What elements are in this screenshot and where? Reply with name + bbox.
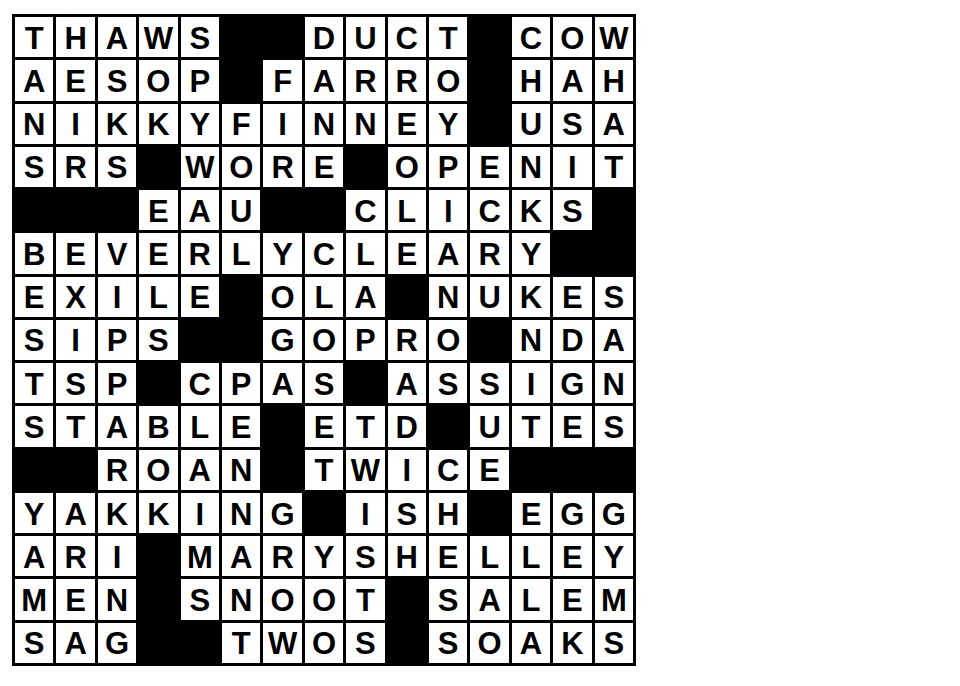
cell-letter: I (527, 369, 536, 400)
cell-r8c3[interactable]: P (98, 320, 136, 360)
cell-r4c10[interactable]: O (388, 147, 426, 187)
cell-letter: S (562, 196, 583, 227)
cell-letter: P (189, 66, 210, 97)
cell-r11c11[interactable]: C (429, 450, 467, 490)
cell-r9c3[interactable]: P (98, 363, 136, 403)
cell-letter: E (562, 412, 583, 443)
cell-r8c1[interactable]: S (15, 320, 53, 360)
cell-r15c1[interactable]: S (15, 623, 53, 663)
cell-r13c12[interactable]: L (470, 536, 508, 576)
cell-r2c8[interactable]: A (305, 60, 343, 100)
cell-letter: S (107, 66, 128, 97)
cell-r15c15[interactable]: S (595, 623, 633, 663)
cell-r13c1[interactable]: A (15, 536, 53, 576)
block-r9c4 (139, 363, 177, 403)
cell-r1c2[interactable]: H (56, 17, 94, 57)
cell-r5c5[interactable]: A (181, 190, 219, 230)
block-r13c4 (139, 536, 177, 576)
cell-r10c10[interactable]: D (388, 406, 426, 446)
cell-r3c5[interactable]: Y (181, 104, 219, 144)
block-r9c9 (346, 363, 384, 403)
cell-letter: S (479, 369, 500, 400)
cell-r11c4[interactable]: O (139, 450, 177, 490)
cell-r4c1[interactable]: S (15, 147, 53, 187)
cell-r12c15[interactable]: G (595, 493, 633, 533)
cell-letter: T (439, 23, 458, 54)
cell-r7c1[interactable]: E (15, 277, 53, 317)
cell-r2c1[interactable]: A (15, 60, 53, 100)
cell-letter: L (190, 412, 209, 443)
cell-r13c8[interactable]: Y (305, 536, 343, 576)
cell-r9c1[interactable]: T (15, 363, 53, 403)
cell-r10c13[interactable]: T (512, 406, 550, 446)
cell-r10c9[interactable]: T (346, 406, 384, 446)
cell-r3c6[interactable]: F (222, 104, 260, 144)
cell-r5c13[interactable]: K (512, 190, 550, 230)
cell-letter: A (520, 628, 542, 659)
cell-r13c3[interactable]: I (98, 536, 136, 576)
cell-r7c9[interactable]: A (346, 277, 384, 317)
block-r15c5 (181, 623, 219, 663)
cell-r1c13[interactable]: C (512, 17, 550, 57)
cell-r7c15[interactable]: S (595, 277, 633, 317)
cell-r4c13[interactable]: N (512, 147, 550, 187)
cell-letter: E (562, 585, 583, 616)
cell-letter: I (402, 455, 411, 486)
cell-r6c4[interactable]: E (139, 233, 177, 273)
cell-r6c7[interactable]: Y (263, 233, 301, 273)
cell-r4c14[interactable]: I (553, 147, 591, 187)
block-r8c12 (470, 320, 508, 360)
cell-r14c1[interactable]: M (15, 579, 53, 619)
cell-r8c14[interactable]: D (553, 320, 591, 360)
cell-r4c6[interactable]: O (222, 147, 260, 187)
cell-letter: E (314, 412, 335, 443)
cell-letter: E (479, 152, 500, 183)
cell-r1c10[interactable]: C (388, 17, 426, 57)
cell-letter: M (601, 585, 627, 616)
cell-r14c13[interactable]: L (512, 579, 550, 619)
cell-letter: R (396, 66, 418, 97)
cell-r15c14[interactable]: K (553, 623, 591, 663)
cell-r10c3[interactable]: A (98, 406, 136, 446)
cell-letter: I (444, 196, 453, 227)
cell-letter: S (24, 412, 45, 443)
cell-letter: F (232, 109, 251, 140)
block-r15c10 (388, 623, 426, 663)
cell-r8c15[interactable]: A (595, 320, 633, 360)
block-r7c10 (388, 277, 426, 317)
cell-r5c9[interactable]: C (346, 190, 384, 230)
cell-r7c12[interactable]: U (470, 277, 508, 317)
cell-r12c3[interactable]: K (98, 493, 136, 533)
cell-r6c10[interactable]: E (388, 233, 426, 273)
cell-r9c15[interactable]: N (595, 363, 633, 403)
cell-letter: A (271, 369, 293, 400)
cell-r13c9[interactable]: S (346, 536, 384, 576)
cell-letter: U (230, 196, 252, 227)
cell-letter: Y (438, 109, 459, 140)
cell-r10c14[interactable]: E (553, 406, 591, 446)
cell-r8c7[interactable]: G (263, 320, 301, 360)
cell-r1c3[interactable]: A (98, 17, 136, 57)
cell-letter: T (356, 412, 375, 443)
cell-r13c6[interactable]: A (222, 536, 260, 576)
cell-r7c5[interactable]: E (181, 277, 219, 317)
cell-r14c7[interactable]: O (263, 579, 301, 619)
cell-letter: P (107, 325, 128, 356)
cell-letter: N (520, 152, 542, 183)
block-r11c15 (595, 450, 633, 490)
cell-r15c7[interactable]: W (263, 623, 301, 663)
cell-letter: S (355, 628, 376, 659)
cell-r14c12[interactable]: A (470, 579, 508, 619)
block-r5c15 (595, 190, 633, 230)
cell-r5c14[interactable]: S (553, 190, 591, 230)
cell-r12c6[interactable]: N (222, 493, 260, 533)
cell-r2c13[interactable]: H (512, 60, 550, 100)
cell-r13c11[interactable]: E (429, 536, 467, 576)
cell-r10c12[interactable]: U (470, 406, 508, 446)
cell-r11c12[interactable]: E (470, 450, 508, 490)
cell-r1c5[interactable]: S (181, 17, 219, 57)
cell-r4c7[interactable]: R (263, 147, 301, 187)
cell-r4c11[interactable]: P (429, 147, 467, 187)
cell-letter: C (520, 23, 542, 54)
cell-letter: R (106, 455, 128, 486)
cell-r12c10[interactable]: S (388, 493, 426, 533)
cell-r15c11[interactable]: S (429, 623, 467, 663)
cell-r3c10[interactable]: E (388, 104, 426, 144)
cell-letter: L (356, 239, 375, 270)
cell-r4c5[interactable]: W (181, 147, 219, 187)
cell-r4c3[interactable]: S (98, 147, 136, 187)
cell-r11c5[interactable]: A (181, 450, 219, 490)
cell-r10c8[interactable]: E (305, 406, 343, 446)
cell-r7c11[interactable]: N (429, 277, 467, 317)
cell-letter: I (113, 282, 122, 313)
cell-letter: O (395, 152, 419, 183)
cell-r11c3[interactable]: R (98, 450, 136, 490)
cell-r4c2[interactable]: R (56, 147, 94, 187)
cell-letter: S (189, 23, 210, 54)
cell-letter: S (65, 369, 86, 400)
cell-r14c14[interactable]: E (553, 579, 591, 619)
block-r3c12 (470, 104, 508, 144)
cell-letter: H (396, 542, 418, 573)
cell-letter: E (65, 66, 86, 97)
cell-letter: G (271, 499, 295, 530)
cell-letter: O (271, 282, 295, 313)
cell-r2c5[interactable]: P (181, 60, 219, 100)
cell-letter: A (313, 66, 335, 97)
block-r10c11 (429, 406, 467, 446)
cell-r5c12[interactable]: C (470, 190, 508, 230)
cell-r13c5[interactable]: M (181, 536, 219, 576)
cell-letter: T (66, 412, 85, 443)
cell-letter: D (561, 325, 583, 356)
cell-letter: A (64, 628, 86, 659)
cell-letter: E (396, 239, 417, 270)
cell-r13c14[interactable]: E (553, 536, 591, 576)
cell-letter: S (603, 412, 624, 443)
cell-letter: I (195, 499, 204, 530)
cell-r14c11[interactable]: S (429, 579, 467, 619)
cell-letter: S (438, 369, 459, 400)
cell-letter: G (271, 325, 295, 356)
cell-r10c1[interactable]: S (15, 406, 53, 446)
cell-letter: E (148, 196, 169, 227)
cell-r12c2[interactable]: A (56, 493, 94, 533)
cell-r7c8[interactable]: L (305, 277, 343, 317)
cell-r2c2[interactable]: E (56, 60, 94, 100)
cell-r12c4[interactable]: K (139, 493, 177, 533)
cell-letter: U (354, 23, 376, 54)
cell-r9c13[interactable]: I (512, 363, 550, 403)
cell-r6c13[interactable]: Y (512, 233, 550, 273)
cell-r9c8[interactable]: S (305, 363, 343, 403)
cell-r9c6[interactable]: P (222, 363, 260, 403)
cell-r2c7[interactable]: F (263, 60, 301, 100)
cell-r14c15[interactable]: M (595, 579, 633, 619)
cell-r3c15[interactable]: A (595, 104, 633, 144)
cell-letter: A (189, 196, 211, 227)
block-r4c9 (346, 147, 384, 187)
cell-r6c12[interactable]: R (470, 233, 508, 273)
cell-r12c9[interactable]: I (346, 493, 384, 533)
cell-r3c3[interactable]: K (98, 104, 136, 144)
cell-r6c9[interactable]: L (346, 233, 384, 273)
cell-r7c14[interactable]: E (553, 277, 591, 317)
cell-letter: T (356, 585, 375, 616)
cell-letter: G (560, 369, 584, 400)
cell-letter: O (436, 66, 460, 97)
cell-letter: N (313, 109, 335, 140)
cell-r13c10[interactable]: H (388, 536, 426, 576)
cell-r2c10[interactable]: R (388, 60, 426, 100)
cell-letter: R (189, 239, 211, 270)
cell-letter: C (354, 196, 376, 227)
cell-r2c9[interactable]: R (346, 60, 384, 100)
cell-r3c13[interactable]: U (512, 104, 550, 144)
cell-letter: S (24, 325, 45, 356)
cell-r4c15[interactable]: T (595, 147, 633, 187)
cell-r11c6[interactable]: N (222, 450, 260, 490)
cell-r3c8[interactable]: N (305, 104, 343, 144)
cell-r10c6[interactable]: E (222, 406, 260, 446)
cell-r4c8[interactable]: E (305, 147, 343, 187)
cell-letter: I (278, 109, 287, 140)
cell-r4c12[interactable]: E (470, 147, 508, 187)
cell-r10c15[interactable]: S (595, 406, 633, 446)
cell-r5c6[interactable]: U (222, 190, 260, 230)
cell-letter: B (23, 239, 45, 270)
cell-r1c15[interactable]: W (595, 17, 633, 57)
cell-r9c5[interactable]: C (181, 363, 219, 403)
cell-r12c5[interactable]: I (181, 493, 219, 533)
cell-letter: O (146, 455, 170, 486)
cell-r3c9[interactable]: N (346, 104, 384, 144)
cell-letter: X (65, 282, 86, 313)
cell-r10c5[interactable]: L (181, 406, 219, 446)
cell-r6c11[interactable]: A (429, 233, 467, 273)
cell-r8c13[interactable]: N (512, 320, 550, 360)
cell-r14c8[interactable]: O (305, 579, 343, 619)
cell-r7c7[interactable]: O (263, 277, 301, 317)
cell-r15c9[interactable]: S (346, 623, 384, 663)
cell-r1c11[interactable]: T (429, 17, 467, 57)
cell-r9c2[interactable]: S (56, 363, 94, 403)
cell-r3c14[interactable]: S (553, 104, 591, 144)
cell-r6c8[interactable]: C (305, 233, 343, 273)
cell-r14c3[interactable]: N (98, 579, 136, 619)
cell-r3c11[interactable]: Y (429, 104, 467, 144)
cell-letter: W (351, 455, 380, 486)
cell-r13c7[interactable]: R (263, 536, 301, 576)
cell-r8c2[interactable]: I (56, 320, 94, 360)
cell-r15c3[interactable]: G (98, 623, 136, 663)
block-r2c12 (470, 60, 508, 100)
cell-r12c14[interactable]: G (553, 493, 591, 533)
cell-r9c7[interactable]: A (263, 363, 301, 403)
cell-r2c4[interactable]: O (139, 60, 177, 100)
cell-r8c11[interactable]: O (429, 320, 467, 360)
cell-letter: E (189, 282, 210, 313)
cell-r7c2[interactable]: X (56, 277, 94, 317)
cell-r3c1[interactable]: N (15, 104, 53, 144)
cell-r3c2[interactable]: I (56, 104, 94, 144)
cell-r9c14[interactable]: G (553, 363, 591, 403)
cell-r7c3[interactable]: I (98, 277, 136, 317)
block-r1c6 (222, 17, 260, 57)
cell-r6c3[interactable]: V (98, 233, 136, 273)
cell-r2c3[interactable]: S (98, 60, 136, 100)
block-r11c13 (512, 450, 550, 490)
cell-r1c8[interactable]: D (305, 17, 343, 57)
cell-r8c8[interactable]: O (305, 320, 343, 360)
cell-letter: H (64, 23, 86, 54)
cell-letter: I (71, 109, 80, 140)
cell-r15c12[interactable]: O (470, 623, 508, 663)
cell-letter: Y (24, 499, 45, 530)
cell-letter: N (354, 109, 376, 140)
cell-r5c10[interactable]: L (388, 190, 426, 230)
cell-r14c9[interactable]: T (346, 579, 384, 619)
cell-letter: L (315, 282, 334, 313)
cell-letter: A (23, 542, 45, 573)
cell-r14c5[interactable]: S (181, 579, 219, 619)
cell-r6c5[interactable]: R (181, 233, 219, 273)
cell-r8c4[interactable]: S (139, 320, 177, 360)
cell-letter: S (148, 325, 169, 356)
cell-letter: A (354, 282, 376, 313)
cell-r12c1[interactable]: Y (15, 493, 53, 533)
cell-r3c7[interactable]: I (263, 104, 301, 144)
cell-r11c8[interactable]: T (305, 450, 343, 490)
cell-r6c2[interactable]: E (56, 233, 94, 273)
cell-r11c9[interactable]: W (346, 450, 384, 490)
cell-r10c4[interactable]: B (139, 406, 177, 446)
cell-r13c13[interactable]: L (512, 536, 550, 576)
cell-r6c6[interactable]: L (222, 233, 260, 273)
cell-letter: R (396, 325, 418, 356)
cell-r15c6[interactable]: T (222, 623, 260, 663)
cell-r1c9[interactable]: U (346, 17, 384, 57)
cell-r15c2[interactable]: A (56, 623, 94, 663)
cell-letter: A (478, 585, 500, 616)
cell-r10c2[interactable]: T (56, 406, 94, 446)
cell-r7c4[interactable]: L (139, 277, 177, 317)
cell-r9c12[interactable]: S (470, 363, 508, 403)
cell-r9c11[interactable]: S (429, 363, 467, 403)
cell-letter: S (355, 542, 376, 573)
cell-r5c11[interactable]: I (429, 190, 467, 230)
cell-r13c15[interactable]: Y (595, 536, 633, 576)
cell-r15c13[interactable]: A (512, 623, 550, 663)
block-r1c12 (470, 17, 508, 57)
cell-r1c4[interactable]: W (139, 17, 177, 57)
cell-letter: N (603, 369, 625, 400)
cell-letter: E (479, 455, 500, 486)
cell-letter: A (106, 412, 128, 443)
cell-letter: C (189, 369, 211, 400)
cell-r8c9[interactable]: P (346, 320, 384, 360)
cell-letter: L (522, 542, 541, 573)
cell-letter: S (24, 152, 45, 183)
cell-r12c11[interactable]: H (429, 493, 467, 533)
cell-letter: E (562, 282, 583, 313)
cell-letter: O (560, 23, 584, 54)
cell-r1c14[interactable]: O (553, 17, 591, 57)
cell-letter: N (520, 325, 542, 356)
block-r2c6 (222, 60, 260, 100)
cell-r11c10[interactable]: I (388, 450, 426, 490)
cell-letter: S (107, 152, 128, 183)
cell-r14c6[interactable]: N (222, 579, 260, 619)
cell-letter: L (232, 239, 251, 270)
cell-r1c1[interactable]: T (15, 17, 53, 57)
block-r12c8 (305, 493, 343, 533)
cell-letter: I (113, 542, 122, 573)
cell-r7c13[interactable]: K (512, 277, 550, 317)
cell-letter: R (354, 66, 376, 97)
cell-letter: G (560, 499, 584, 530)
cell-r9c10[interactable]: A (388, 363, 426, 403)
cell-letter: D (313, 23, 335, 54)
cell-r2c14[interactable]: A (553, 60, 591, 100)
cell-letter: S (438, 628, 459, 659)
cell-letter: T (25, 369, 44, 400)
block-r11c14 (553, 450, 591, 490)
cell-letter: S (603, 282, 624, 313)
cell-r3c4[interactable]: K (139, 104, 177, 144)
cell-r12c7[interactable]: G (263, 493, 301, 533)
cell-r15c8[interactable]: O (305, 623, 343, 663)
cell-letter: S (314, 369, 335, 400)
cell-r8c10[interactable]: R (388, 320, 426, 360)
cell-letter: K (147, 109, 169, 140)
cell-r5c4[interactable]: E (139, 190, 177, 230)
cell-letter: E (396, 109, 417, 140)
cell-r14c2[interactable]: E (56, 579, 94, 619)
cell-r2c15[interactable]: H (595, 60, 633, 100)
cell-letter: C (313, 239, 335, 270)
cell-letter: O (312, 585, 336, 616)
cell-r6c1[interactable]: B (15, 233, 53, 273)
cell-r13c2[interactable]: R (56, 536, 94, 576)
cell-r2c11[interactable]: O (429, 60, 467, 100)
cell-r12c13[interactable]: E (512, 493, 550, 533)
